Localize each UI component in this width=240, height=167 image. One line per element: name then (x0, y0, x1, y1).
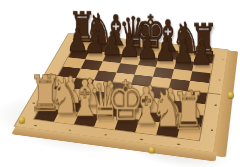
scene: ♜♞♝♛♚♝♞♜♟♟♟♟♟♟♟♟♟♟♟♟♟♟♟♟♜♞♝♛♚♝♞♜ (0, 0, 240, 167)
nail-dot (104, 133, 107, 135)
square-h1[interactable]: ♜ (177, 124, 201, 139)
board-grid: ♜♞♝♛♚♝♞♜♟♟♟♟♟♟♟♟♟♟♟♟♟♟♟♟♜♞♝♛♚♝♞♜ (34, 40, 214, 140)
chess-board: ♜♞♝♛♚♝♞♜♟♟♟♟♟♟♟♟♟♟♟♟♟♟♟♟♜♞♝♛♚♝♞♜ (13, 32, 229, 152)
piece-white-rook[interactable]: ♜ (169, 84, 209, 136)
side-latch (19, 117, 25, 123)
fold-hinge (228, 92, 234, 98)
front-latch (149, 147, 155, 153)
nail-dot (177, 143, 180, 145)
nail-dot (214, 104, 217, 106)
nail-dot (210, 129, 213, 131)
nail-dot (140, 138, 143, 140)
piece-black-pawn[interactable]: ♟ (185, 36, 219, 70)
nail-dot (218, 79, 221, 81)
nail-dot (69, 129, 72, 131)
nail-dot (221, 58, 223, 59)
nail-dot (34, 124, 37, 126)
photo-background: ♜♞♝♛♚♝♞♜♟♟♟♟♟♟♟♟♟♟♟♟♟♟♟♟♜♞♝♛♚♝♞♜ (0, 0, 240, 167)
